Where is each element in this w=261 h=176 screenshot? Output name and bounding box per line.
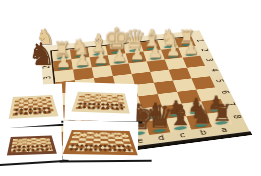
square-g2: ♟ — [71, 57, 91, 69]
white-pawn: ♟ — [130, 45, 145, 62]
mini-chessboard-icon — [71, 92, 129, 114]
mini-chessboard-icon — [7, 136, 57, 156]
mini-chessboard-icon — [63, 130, 137, 155]
white-pawn: ♟ — [148, 43, 163, 60]
white-pawn: ♟ — [184, 40, 199, 57]
square-a2: ♟ — [178, 46, 200, 58]
white-pawn: ♟ — [112, 47, 127, 64]
white-pawn: ♟ — [56, 53, 71, 70]
mini-chessboard-icon — [8, 95, 58, 119]
black-rook: ♜ — [212, 102, 233, 125]
thumbnail-alt-view-3[interactable] — [0, 126, 63, 163]
white-pawn: ♟ — [93, 49, 108, 66]
white-pawn: ♟ — [166, 41, 181, 58]
square-h2: ♟ — [53, 59, 73, 71]
thumbnail-alt-view-4[interactable] — [63, 120, 139, 160]
square-e2: ♟ — [108, 53, 129, 65]
thumbnail-alt-view-2[interactable] — [64, 82, 137, 122]
product-photo-chess-set: hgfedcba1122334455667788♜♞♝♚♛♝♞♜♟♟♟♟♟♟♟♟… — [0, 0, 261, 176]
spare-dark-knight: ♞ — [28, 39, 56, 70]
square-c2: ♟ — [143, 50, 164, 62]
thumbnail-alt-view-1[interactable] — [1, 83, 64, 127]
square-f2: ♟ — [90, 55, 111, 67]
white-pawn: ♟ — [75, 51, 90, 68]
